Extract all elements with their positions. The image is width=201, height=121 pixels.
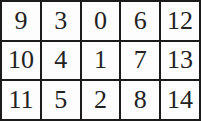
grid-cell-r1c3: 7 [121, 42, 159, 80]
grid-cell-r1c4: 13 [161, 42, 199, 80]
grid-cell-r2c0: 11 [2, 81, 40, 119]
grid-cell-r1c2: 1 [82, 42, 120, 80]
grid-cell-r1c1: 4 [42, 42, 80, 80]
grid-cell-r2c4: 14 [161, 81, 199, 119]
grid-cell-r0c1: 3 [42, 2, 80, 40]
grid-cell-r1c0: 10 [2, 42, 40, 80]
grid-cell-r2c2: 2 [82, 81, 120, 119]
grid-cell-r2c3: 8 [121, 81, 159, 119]
grid-cell-r0c4: 12 [161, 2, 199, 40]
grid-cell-r0c3: 6 [121, 2, 159, 40]
grid-cell-r0c2: 0 [82, 2, 120, 40]
number-grid: 9 3 0 6 12 10 4 1 7 13 11 5 2 8 14 [0, 0, 201, 121]
grid-cell-r2c1: 5 [42, 81, 80, 119]
grid-cell-r0c0: 9 [2, 2, 40, 40]
